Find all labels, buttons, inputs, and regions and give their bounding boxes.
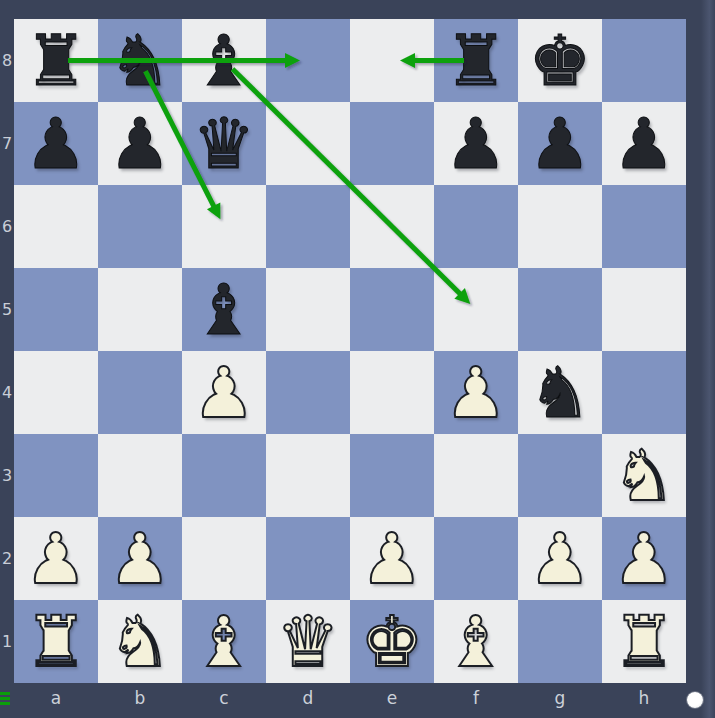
rank-label-6: 6: [0, 185, 14, 268]
white-pawn-c4[interactable]: ♟: [193, 358, 256, 428]
rank-label-2: 2: [0, 517, 14, 600]
square-a6[interactable]: [14, 185, 98, 268]
black-bishop-c8[interactable]: ♝: [193, 26, 256, 96]
square-a7[interactable]: ♟: [14, 102, 98, 185]
square-b6[interactable]: [98, 185, 182, 268]
white-knight-b1[interactable]: ♞: [109, 607, 172, 677]
white-knight-h3[interactable]: ♞: [613, 441, 676, 511]
rank-label-3: 3: [0, 434, 14, 517]
square-b5[interactable]: [98, 268, 182, 351]
square-d6[interactable]: [266, 185, 350, 268]
square-a8[interactable]: ♜: [14, 19, 98, 102]
square-b8[interactable]: ♞: [98, 19, 182, 102]
square-h5[interactable]: [602, 268, 686, 351]
square-h4[interactable]: [602, 351, 686, 434]
square-e5[interactable]: [350, 268, 434, 351]
square-c1[interactable]: ♝: [182, 600, 266, 683]
square-a2[interactable]: ♟: [14, 517, 98, 600]
black-knight-b8[interactable]: ♞: [109, 26, 172, 96]
square-f6[interactable]: [434, 185, 518, 268]
file-labels: abcdefgh: [14, 683, 686, 718]
file-label-e: e: [350, 683, 434, 713]
square-a1[interactable]: ♜: [14, 600, 98, 683]
rank-labels: 87654321: [0, 19, 14, 683]
black-rook-f8[interactable]: ♜: [445, 26, 508, 96]
square-f4[interactable]: ♟: [434, 351, 518, 434]
square-g3[interactable]: [518, 434, 602, 517]
square-e3[interactable]: [350, 434, 434, 517]
file-label-h: h: [602, 683, 686, 713]
file-label-b: b: [98, 683, 182, 713]
white-to-move-indicator-dot: [687, 692, 703, 708]
black-knight-g4[interactable]: ♞: [529, 358, 592, 428]
square-b4[interactable]: [98, 351, 182, 434]
rank-label-4: 4: [0, 351, 14, 434]
square-g1[interactable]: [518, 600, 602, 683]
square-h3[interactable]: ♞: [602, 434, 686, 517]
square-b3[interactable]: [98, 434, 182, 517]
square-c6[interactable]: [182, 185, 266, 268]
white-pawn-g2[interactable]: ♟: [529, 524, 592, 594]
white-pawn-a2[interactable]: ♟: [25, 524, 88, 594]
square-c3[interactable]: [182, 434, 266, 517]
square-e7[interactable]: [350, 102, 434, 185]
square-g5[interactable]: [518, 268, 602, 351]
white-king-e1[interactable]: ♚: [361, 607, 424, 677]
square-d7[interactable]: [266, 102, 350, 185]
square-c2[interactable]: [182, 517, 266, 600]
square-c5[interactable]: ♝: [182, 268, 266, 351]
square-a5[interactable]: [14, 268, 98, 351]
square-a4[interactable]: [14, 351, 98, 434]
white-rook-h1[interactable]: ♜: [613, 607, 676, 677]
square-e6[interactable]: [350, 185, 434, 268]
square-e8[interactable]: [350, 19, 434, 102]
rank-label-5: 5: [0, 268, 14, 351]
black-queen-c7[interactable]: ♛: [193, 109, 256, 179]
square-f3[interactable]: [434, 434, 518, 517]
square-c4[interactable]: ♟: [182, 351, 266, 434]
hamburger-bar: [0, 697, 10, 700]
file-label-f: f: [434, 683, 518, 713]
square-h8[interactable]: [602, 19, 686, 102]
square-h7[interactable]: ♟: [602, 102, 686, 185]
square-b7[interactable]: ♟: [98, 102, 182, 185]
hamburger-menu-icon[interactable]: [0, 692, 10, 707]
black-pawn-h7[interactable]: ♟: [613, 109, 676, 179]
square-h2[interactable]: ♟: [602, 517, 686, 600]
window-edge-highlight: [701, 0, 715, 718]
square-c7[interactable]: ♛: [182, 102, 266, 185]
white-bishop-c1[interactable]: ♝: [193, 607, 256, 677]
file-label-c: c: [182, 683, 266, 713]
white-pawn-h2[interactable]: ♟: [613, 524, 676, 594]
square-b2[interactable]: ♟: [98, 517, 182, 600]
square-h6[interactable]: [602, 185, 686, 268]
square-f1[interactable]: ♝: [434, 600, 518, 683]
hamburger-bar: [0, 702, 10, 705]
square-f7[interactable]: ♟: [434, 102, 518, 185]
square-g6[interactable]: [518, 185, 602, 268]
white-pawn-f4[interactable]: ♟: [445, 358, 508, 428]
white-queen-d1[interactable]: ♛: [277, 607, 340, 677]
square-a3[interactable]: [14, 434, 98, 517]
square-f8[interactable]: ♜: [434, 19, 518, 102]
chess-app-window: ♜♞♝♜♚♟♟♛♟♟♟♝♟♟♞♞♟♟♟♟♟♜♞♝♛♚♝♜ 87654321 ab…: [0, 0, 715, 718]
square-d2[interactable]: [266, 517, 350, 600]
square-f2[interactable]: [434, 517, 518, 600]
square-d8[interactable]: [266, 19, 350, 102]
square-d1[interactable]: ♛: [266, 600, 350, 683]
square-g2[interactable]: ♟: [518, 517, 602, 600]
black-pawn-b7[interactable]: ♟: [109, 109, 172, 179]
square-d4[interactable]: [266, 351, 350, 434]
file-label-a: a: [14, 683, 98, 713]
black-pawn-a7[interactable]: ♟: [25, 109, 88, 179]
black-pawn-g7[interactable]: ♟: [529, 109, 592, 179]
square-b1[interactable]: ♞: [98, 600, 182, 683]
chess-board: ♜♞♝♜♚♟♟♛♟♟♟♝♟♟♞♞♟♟♟♟♟♜♞♝♛♚♝♜: [14, 19, 686, 683]
square-h1[interactable]: ♜: [602, 600, 686, 683]
white-pawn-b2[interactable]: ♟: [109, 524, 172, 594]
white-rook-a1[interactable]: ♜: [25, 607, 88, 677]
square-e4[interactable]: [350, 351, 434, 434]
square-g4[interactable]: ♞: [518, 351, 602, 434]
square-e2[interactable]: ♟: [350, 517, 434, 600]
square-c8[interactable]: ♝: [182, 19, 266, 102]
white-pawn-e2[interactable]: ♟: [361, 524, 424, 594]
square-g8[interactable]: ♚: [518, 19, 602, 102]
square-g7[interactable]: ♟: [518, 102, 602, 185]
hamburger-bar: [0, 692, 10, 695]
rank-label-8: 8: [0, 19, 14, 102]
square-d5[interactable]: [266, 268, 350, 351]
rank-label-7: 7: [0, 102, 14, 185]
black-king-g8[interactable]: ♚: [529, 26, 592, 96]
rank-label-1: 1: [0, 600, 14, 683]
white-bishop-f1[interactable]: ♝: [445, 607, 508, 677]
black-pawn-f7[interactable]: ♟: [445, 109, 508, 179]
square-d3[interactable]: [266, 434, 350, 517]
square-e1[interactable]: ♚: [350, 600, 434, 683]
file-label-g: g: [518, 683, 602, 713]
file-label-d: d: [266, 683, 350, 713]
black-bishop-c5[interactable]: ♝: [193, 275, 256, 345]
square-f5[interactable]: [434, 268, 518, 351]
black-rook-a8[interactable]: ♜: [25, 26, 88, 96]
